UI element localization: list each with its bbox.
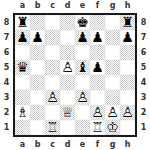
rank-label-1: 1 [138, 120, 149, 135]
square-b8 [30, 15, 45, 30]
rank-label-8: 8 [1, 15, 12, 30]
square-b1 [30, 120, 45, 135]
square-c8 [45, 15, 60, 30]
piece-wP-h2: ♙ [120, 105, 135, 120]
square-f6 [90, 45, 105, 60]
piece-bR-a8: ♜ [15, 15, 30, 30]
square-h5 [120, 60, 135, 75]
file-label-e: e [75, 0, 90, 11]
square-f3 [90, 90, 105, 105]
square-a6 [15, 45, 30, 60]
square-b6 [30, 45, 45, 60]
file-label-a: a [15, 0, 30, 11]
file-label-d: d [60, 139, 75, 150]
square-d2: ♕ [60, 105, 75, 120]
square-a2: ♗ [15, 105, 30, 120]
rank-label-5: 5 [138, 60, 149, 75]
rank-label-3: 3 [138, 90, 149, 105]
piece-wP-g2: ♙ [105, 105, 120, 120]
square-c3: ♙ [45, 90, 60, 105]
square-d5: ♙ [60, 60, 75, 75]
square-f2: ♙ [90, 105, 105, 120]
rank-label-3: 3 [1, 90, 12, 105]
file-label-b: b [30, 0, 45, 11]
square-d7 [60, 30, 75, 45]
rank-label-7: 7 [138, 30, 149, 45]
piece-bP-e7: ♟ [75, 30, 90, 45]
rank-label-4: 4 [138, 75, 149, 90]
piece-bP-b7: ♟ [30, 30, 45, 45]
piece-bP-f5: ♟ [90, 60, 105, 75]
rank-label-1: 1 [1, 120, 12, 135]
square-d3 [60, 90, 75, 105]
piece-wB-a2: ♗ [15, 105, 30, 120]
square-b5 [30, 60, 45, 75]
piece-wP-f2: ♙ [90, 105, 105, 120]
square-d8 [60, 15, 75, 30]
square-d1 [60, 120, 75, 135]
board: ♜♚♜♟♟♟♟♟♛♙♝♟♙♙♗♕♙♙♙♖♖♔ [13, 13, 137, 137]
rank-label-2: 2 [1, 105, 12, 120]
file-label-h: h [120, 0, 135, 11]
square-h7: ♟ [120, 30, 135, 45]
square-h2: ♙ [120, 105, 135, 120]
square-h1 [120, 120, 135, 135]
square-b7: ♟ [30, 30, 45, 45]
file-label-g: g [105, 139, 120, 150]
square-h4 [120, 75, 135, 90]
file-label-b: b [30, 139, 45, 150]
piece-bP-a7: ♟ [15, 30, 30, 45]
rank-label-8: 8 [138, 15, 149, 30]
square-g4 [105, 75, 120, 90]
piece-wR-c1: ♖ [45, 120, 60, 135]
square-f5: ♟ [90, 60, 105, 75]
piece-wP-e3: ♙ [75, 90, 90, 105]
square-b4 [30, 75, 45, 90]
rank-labels-right: 87654321 [138, 15, 149, 135]
square-c7 [45, 30, 60, 45]
square-b3 [30, 90, 45, 105]
square-f1: ♖ [90, 120, 105, 135]
square-b2 [30, 105, 45, 120]
square-g2: ♙ [105, 105, 120, 120]
square-d6 [60, 45, 75, 60]
square-c1: ♖ [45, 120, 60, 135]
file-label-d: d [60, 0, 75, 11]
rank-label-6: 6 [138, 45, 149, 60]
file-label-h: h [120, 139, 135, 150]
rank-label-5: 5 [1, 60, 12, 75]
file-label-f: f [90, 0, 105, 11]
file-label-c: c [45, 0, 60, 11]
file-label-e: e [75, 139, 90, 150]
rank-label-6: 6 [1, 45, 12, 60]
square-e8: ♚ [75, 15, 90, 30]
square-e2 [75, 105, 90, 120]
square-a3 [15, 90, 30, 105]
piece-bR-h8: ♜ [120, 15, 135, 30]
piece-wR-f1: ♖ [90, 120, 105, 135]
piece-wK-g1: ♔ [105, 120, 120, 135]
file-labels-top: abcdefgh [15, 0, 135, 11]
piece-bK-e8: ♚ [75, 15, 90, 30]
square-g1: ♔ [105, 120, 120, 135]
square-e1 [75, 120, 90, 135]
square-g6 [105, 45, 120, 60]
square-e3: ♙ [75, 90, 90, 105]
square-f8 [90, 15, 105, 30]
piece-wP-d5: ♙ [60, 60, 75, 75]
piece-wQ-d2: ♕ [60, 105, 75, 120]
file-label-f: f [90, 139, 105, 150]
square-g7 [105, 30, 120, 45]
rank-label-2: 2 [138, 105, 149, 120]
square-f7: ♟ [90, 30, 105, 45]
square-a5: ♛ [15, 60, 30, 75]
square-c6 [45, 45, 60, 60]
square-g5 [105, 60, 120, 75]
square-a4 [15, 75, 30, 90]
square-h6 [120, 45, 135, 60]
piece-bP-h7: ♟ [120, 30, 135, 45]
square-a8: ♜ [15, 15, 30, 30]
square-c2 [45, 105, 60, 120]
file-label-g: g [105, 0, 120, 11]
square-e6 [75, 45, 90, 60]
piece-bP-f7: ♟ [90, 30, 105, 45]
rank-label-7: 7 [1, 30, 12, 45]
square-a7: ♟ [15, 30, 30, 45]
file-label-a: a [15, 139, 30, 150]
square-e5: ♝ [75, 60, 90, 75]
square-e4 [75, 75, 90, 90]
square-g3 [105, 90, 120, 105]
square-h3 [120, 90, 135, 105]
piece-bB-e5: ♝ [75, 60, 90, 75]
square-a1 [15, 120, 30, 135]
file-label-c: c [45, 139, 60, 150]
rank-label-4: 4 [1, 75, 12, 90]
piece-bQ-a5: ♛ [15, 60, 30, 75]
square-f4 [90, 75, 105, 90]
file-labels-bottom: abcdefgh [15, 139, 135, 150]
square-d4 [60, 75, 75, 90]
square-g8 [105, 15, 120, 30]
square-h8: ♜ [120, 15, 135, 30]
square-e7: ♟ [75, 30, 90, 45]
rank-labels-left: 87654321 [1, 15, 12, 135]
square-c5 [45, 60, 60, 75]
square-c4 [45, 75, 60, 90]
piece-wP-c3: ♙ [45, 90, 60, 105]
